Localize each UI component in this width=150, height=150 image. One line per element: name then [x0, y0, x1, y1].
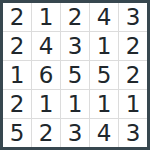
grid-cell-r1c5[interactable]: 3 [119, 3, 147, 31]
grid-cell-r5c3[interactable]: 3 [61, 119, 89, 147]
hitori-board: 2124324312165522111152343 [0, 0, 150, 150]
grid-cell-r4c1[interactable]: 2 [3, 90, 31, 118]
grid-cell-r2c4[interactable]: 1 [90, 32, 118, 60]
grid-cell-r3c1[interactable]: 1 [3, 61, 31, 89]
grid-cell-r2c1[interactable]: 2 [3, 32, 31, 60]
grid-cell-r5c1[interactable]: 5 [3, 119, 31, 147]
grid-cell-r3c2[interactable]: 6 [32, 61, 60, 89]
grid-cell-r2c3[interactable]: 3 [61, 32, 89, 60]
grid-cell-r1c4[interactable]: 4 [90, 3, 118, 31]
grid-cell-r4c2[interactable]: 1 [32, 90, 60, 118]
grid-cell-r1c2[interactable]: 1 [32, 3, 60, 31]
grid-cell-r3c5[interactable]: 2 [119, 61, 147, 89]
grid-cell-r4c3[interactable]: 1 [61, 90, 89, 118]
grid-cell-r2c5[interactable]: 2 [119, 32, 147, 60]
grid-cell-r1c3[interactable]: 2 [61, 3, 89, 31]
grid-cell-r5c4[interactable]: 4 [90, 119, 118, 147]
grid-cell-r5c2[interactable]: 2 [32, 119, 60, 147]
grid-cell-r3c4[interactable]: 5 [90, 61, 118, 89]
grid-cell-r3c3[interactable]: 5 [61, 61, 89, 89]
grid-cell-r4c4[interactable]: 1 [90, 90, 118, 118]
grid-cell-r2c2[interactable]: 4 [32, 32, 60, 60]
grid-cell-r5c5[interactable]: 3 [119, 119, 147, 147]
grid-cell-r1c1[interactable]: 2 [3, 3, 31, 31]
grid-cell-r4c5[interactable]: 1 [119, 90, 147, 118]
